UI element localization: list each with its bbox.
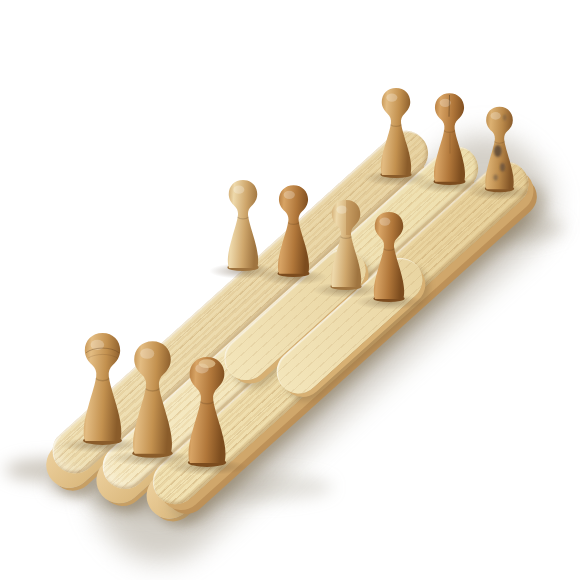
pawn-far-1 (373, 84, 419, 179)
pawn-far-2 (426, 89, 473, 186)
pawn-mid-1 (220, 176, 266, 272)
pawn-mid-3 (323, 196, 369, 291)
pawns-layer (0, 0, 580, 580)
pawn-near-3 (179, 352, 235, 468)
pawn-mid-2 (270, 181, 317, 278)
product-photo-scene: Wooden pawn board (halma-style pegs on p… (0, 0, 580, 580)
pawn-far-3 (478, 103, 521, 193)
pawn-mid-4 (366, 208, 412, 303)
pawn-near-2 (123, 336, 182, 459)
